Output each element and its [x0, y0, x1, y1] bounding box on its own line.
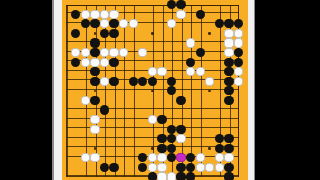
stone-black [167, 125, 176, 134]
stone-white [157, 163, 166, 172]
stone-white [224, 38, 233, 47]
stone-black [224, 86, 233, 95]
stone-black [196, 10, 205, 19]
go-board[interactable] [62, 0, 248, 180]
stone-black [167, 77, 176, 86]
stone-black [90, 38, 99, 47]
stone-black [157, 134, 166, 143]
hoshi-point [151, 32, 154, 35]
stone-black [90, 67, 99, 76]
stone-white [90, 153, 99, 162]
stone-white [81, 96, 90, 105]
stone-black [176, 0, 185, 9]
stone-black [224, 134, 233, 143]
stone-black [224, 77, 233, 86]
stone-black [90, 19, 99, 28]
stone-black [234, 48, 243, 57]
hoshi-point [151, 147, 154, 150]
stone-white [234, 29, 243, 38]
stone-black [196, 48, 205, 57]
stone-black [224, 144, 233, 153]
stone-black [224, 96, 233, 105]
stone-white [176, 134, 185, 143]
stone-black [148, 172, 157, 180]
stone-black [90, 77, 99, 86]
stone-black [167, 144, 176, 153]
stone-black [186, 58, 195, 67]
stone-black [234, 19, 243, 28]
stone-white [196, 163, 205, 172]
stone-white [176, 10, 185, 19]
stone-white [81, 10, 90, 19]
stone-white [234, 38, 243, 47]
hoshi-point [151, 90, 154, 93]
stone-black [176, 172, 185, 180]
stone-white [224, 153, 233, 162]
stone-black [129, 77, 138, 86]
left-letterbox-bar [0, 0, 52, 180]
stone-black [109, 77, 118, 86]
stone-black [176, 163, 185, 172]
stone-white [81, 48, 90, 57]
stone-white [186, 38, 195, 47]
stone-white [90, 10, 99, 19]
stone-white [196, 67, 205, 76]
stone-white [157, 172, 166, 180]
stone-black [109, 58, 118, 67]
stone-black [109, 29, 118, 38]
stone-black [157, 144, 166, 153]
hoshi-point [208, 147, 211, 150]
stone-white [81, 58, 90, 67]
stone-white [109, 10, 118, 19]
stone-black [90, 96, 99, 105]
stone-white [234, 67, 243, 76]
stone-white [148, 115, 157, 124]
stone-black [176, 96, 185, 105]
stone-black [224, 19, 233, 28]
stone-white [90, 125, 99, 134]
stone-white [100, 77, 109, 86]
stone-black [224, 172, 233, 180]
stone-black [90, 48, 99, 57]
stone-black [176, 125, 185, 134]
stone-white [215, 163, 224, 172]
stone-black [109, 163, 118, 172]
stone-black [100, 163, 109, 172]
stone-black [224, 58, 233, 67]
stone-black [186, 172, 195, 180]
stone-black [224, 67, 233, 76]
stone-white [234, 77, 243, 86]
stone-black [224, 163, 233, 172]
hoshi-point [94, 32, 97, 35]
stone-white [90, 115, 99, 124]
stone-white [100, 58, 109, 67]
right-letterbox-bar [255, 0, 320, 180]
stone-white [224, 48, 233, 57]
stone-black [100, 105, 109, 114]
stone-white [157, 153, 166, 162]
stone-black [157, 115, 166, 124]
stone-black [234, 58, 243, 67]
stone-white [90, 58, 99, 67]
stone-black [215, 144, 224, 153]
stone-white [157, 67, 166, 76]
stone-black [148, 77, 157, 86]
stone-white [148, 163, 157, 172]
stone-white [224, 29, 233, 38]
stone-black [109, 19, 118, 28]
hoshi-point [208, 32, 211, 35]
stone-white [100, 10, 109, 19]
stone-white [167, 172, 176, 180]
hoshi-point [94, 147, 97, 150]
stone-black [100, 29, 109, 38]
stone-white [109, 48, 118, 57]
stone-black [71, 58, 80, 67]
